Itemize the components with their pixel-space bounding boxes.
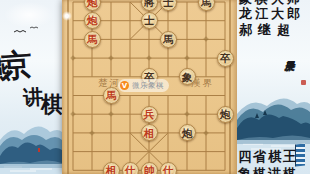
- piece-red-炮[interactable]: 炮: [84, 12, 101, 29]
- piece-glyph: 相: [144, 128, 155, 139]
- left-decor-panel: 燕 京 讲 棋: [0, 0, 62, 174]
- piece-glyph: 馬: [87, 34, 98, 45]
- piece-glyph: 兵: [144, 109, 155, 120]
- birds-icon: [0, 24, 62, 40]
- bottom-cut-line: 象棋讲棋: [238, 167, 298, 174]
- mountain-painting-right: [237, 88, 310, 152]
- piece-glyph: 仕: [163, 165, 174, 174]
- piece-glyph: 馬: [201, 0, 212, 7]
- piece-red-相[interactable]: 相: [141, 124, 158, 141]
- piece-glyph: 士: [163, 0, 174, 7]
- piece-red-馬[interactable]: 馬: [84, 31, 101, 48]
- piece-black-將[interactable]: 將: [141, 0, 158, 11]
- piece-black-卒[interactable]: 卒: [217, 50, 234, 67]
- piece-glyph: 士: [144, 15, 155, 26]
- watermark-badge: V 微乐象棋: [118, 79, 169, 92]
- piece-black-象[interactable]: 象: [179, 68, 196, 85]
- right-top-cut-line: 象棋大师: [239, 0, 303, 5]
- player-name: 郝继超: [239, 23, 296, 36]
- calligraphy-char-jing: 京: [0, 49, 33, 82]
- piece-glyph: 仕: [125, 165, 136, 174]
- bottom-title: 四省棋王: [238, 150, 298, 164]
- piece-red-兵[interactable]: 兵: [141, 106, 158, 123]
- piece-black-馬[interactable]: 馬: [160, 31, 177, 48]
- piece-glyph: 相: [106, 165, 117, 174]
- xiangqi-board[interactable]: 楚河 漢界 炮將士馬炮士馬馬卒卒象馬兵炮相炮相仕帥仕 V 微乐象棋: [62, 0, 237, 174]
- piece-glyph: 炮: [182, 128, 193, 139]
- piece-glyph: 炮: [220, 109, 231, 120]
- piece-glyph: 將: [144, 0, 155, 7]
- piece-glyph: 象: [182, 72, 193, 83]
- piece-red-帥[interactable]: 帥: [141, 162, 158, 174]
- piece-black-炮[interactable]: 炮: [217, 106, 234, 123]
- piece-glyph: 馬: [106, 90, 117, 101]
- piece-red-仕[interactable]: 仕: [160, 162, 177, 174]
- piece-black-士[interactable]: 士: [141, 12, 158, 29]
- piece-red-仕[interactable]: 仕: [122, 162, 139, 174]
- piece-red-炮[interactable]: 炮: [84, 0, 101, 11]
- xiangqi-stream-frame: 燕 京 讲 棋: [0, 0, 310, 174]
- weile-logo-icon: V: [120, 81, 129, 90]
- piece-glyph: 炮: [87, 0, 98, 7]
- mountain-painting-left: [0, 112, 62, 174]
- watermark-text: 微乐象棋: [132, 81, 164, 91]
- red-seal-stamp: [301, 80, 306, 85]
- right-decor-panel: 象棋大师 龙江大郎 郝继超 决胜千里 四省棋王 象棋讲棋: [237, 0, 310, 174]
- sparkle-effect: [62, 11, 72, 21]
- piece-black-士[interactable]: 士: [160, 0, 177, 11]
- piece-glyph: 帥: [144, 165, 155, 174]
- piece-glyph: 馬: [163, 34, 174, 45]
- piece-black-炮[interactable]: 炮: [179, 124, 196, 141]
- player-nickname: 龙江大郎: [239, 7, 303, 20]
- piece-glyph: 炮: [87, 15, 98, 26]
- piece-red-相[interactable]: 相: [103, 162, 120, 174]
- piece-black-馬[interactable]: 馬: [198, 0, 215, 11]
- piece-glyph: 卒: [220, 53, 231, 64]
- piece-red-馬[interactable]: 馬: [103, 87, 120, 104]
